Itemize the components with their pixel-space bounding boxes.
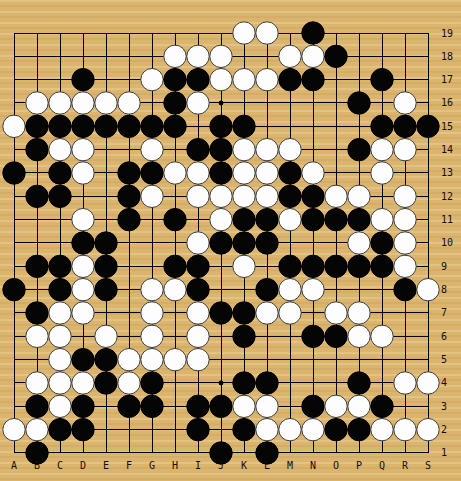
white-stone-B16[interactable] (26, 92, 48, 114)
white-stone-R10[interactable] (394, 232, 416, 254)
black-stone-L11[interactable] (256, 208, 278, 230)
white-stone-F5[interactable] (118, 348, 140, 370)
white-stone-R14[interactable] (394, 138, 416, 160)
white-stone-C7[interactable] (49, 302, 71, 324)
white-stone-R12[interactable] (394, 185, 416, 207)
black-stone-K11[interactable] (233, 208, 255, 230)
white-stone-S4[interactable] (417, 372, 439, 394)
white-stone-Q6[interactable] (371, 325, 393, 347)
black-stone-N12[interactable] (302, 185, 324, 207)
white-stone-D7[interactable] (72, 302, 94, 324)
black-stone-E4[interactable] (95, 372, 117, 394)
white-stone-M7[interactable] (279, 302, 301, 324)
white-stone-R9[interactable] (394, 255, 416, 277)
white-stone-K13[interactable] (233, 162, 255, 184)
black-stone-D5[interactable] (72, 348, 94, 370)
star-point-J4 (219, 381, 224, 386)
black-stone-M9[interactable] (279, 255, 301, 277)
white-stone-S8[interactable] (417, 278, 439, 300)
black-stone-J14[interactable] (210, 138, 232, 160)
column-label-O: O (333, 460, 339, 471)
white-stone-I18[interactable] (187, 45, 209, 67)
column-label-E: E (103, 460, 109, 471)
white-stone-D13[interactable] (72, 162, 94, 184)
white-stone-I6[interactable] (187, 325, 209, 347)
column-label-K: K (241, 460, 247, 471)
black-stone-I17[interactable] (187, 68, 209, 90)
white-stone-P6[interactable] (348, 325, 370, 347)
white-stone-N13[interactable] (302, 162, 324, 184)
black-stone-J15[interactable] (210, 115, 232, 137)
row-label-18: 18 (441, 51, 453, 62)
black-stone-J3[interactable] (210, 395, 232, 417)
row-labels: 19181716151413121110987654321 (441, 28, 453, 459)
black-stone-Q10[interactable] (371, 232, 393, 254)
white-stone-G17[interactable] (141, 68, 163, 90)
column-label-Q: Q (379, 460, 385, 471)
column-label-H: H (172, 460, 178, 471)
black-stone-C9[interactable] (49, 255, 71, 277)
white-stone-L17[interactable] (256, 68, 278, 90)
white-stone-H5[interactable] (164, 348, 186, 370)
white-stone-A2[interactable] (3, 418, 25, 440)
black-stone-L4[interactable] (256, 372, 278, 394)
white-stone-H8[interactable] (164, 278, 186, 300)
white-stone-G6[interactable] (141, 325, 163, 347)
black-stone-K6[interactable] (233, 325, 255, 347)
white-stone-O12[interactable] (325, 185, 347, 207)
black-stone-O2[interactable] (325, 418, 347, 440)
black-stone-D3[interactable] (72, 395, 94, 417)
white-stone-I13[interactable] (187, 162, 209, 184)
black-stone-N6[interactable] (302, 325, 324, 347)
row-label-7: 7 (441, 307, 447, 318)
column-label-G: G (149, 460, 155, 471)
white-stone-M11[interactable] (279, 208, 301, 230)
black-stone-K10[interactable] (233, 232, 255, 254)
row-label-4: 4 (441, 377, 447, 388)
white-stone-P3[interactable] (348, 395, 370, 417)
black-stone-P2[interactable] (348, 418, 370, 440)
white-stone-Q2[interactable] (371, 418, 393, 440)
black-stone-B3[interactable] (26, 395, 48, 417)
black-stone-K15[interactable] (233, 115, 255, 137)
white-stone-B6[interactable] (26, 325, 48, 347)
column-label-D: D (80, 460, 86, 471)
black-stone-G4[interactable] (141, 372, 163, 394)
column-label-M: M (287, 460, 293, 471)
black-stone-H15[interactable] (164, 115, 186, 137)
black-stone-F15[interactable] (118, 115, 140, 137)
white-stone-D11[interactable] (72, 208, 94, 230)
white-stone-B4[interactable] (26, 372, 48, 394)
row-label-3: 3 (441, 401, 447, 412)
white-stone-F4[interactable] (118, 372, 140, 394)
black-stone-O11[interactable] (325, 208, 347, 230)
black-stone-C15[interactable] (49, 115, 71, 137)
black-stone-I9[interactable] (187, 255, 209, 277)
black-stone-L10[interactable] (256, 232, 278, 254)
black-stone-I3[interactable] (187, 395, 209, 417)
go-board-app: ABCDEFGHIJKLMNOPQRS191817161514131211109… (0, 0, 461, 481)
black-stone-E8[interactable] (95, 278, 117, 300)
white-stone-L19[interactable] (256, 22, 278, 44)
column-label-S: S (425, 460, 431, 471)
black-stone-D2[interactable] (72, 418, 94, 440)
column-label-R: R (402, 460, 409, 471)
white-stone-K17[interactable] (233, 68, 255, 90)
white-stone-D4[interactable] (72, 372, 94, 394)
row-label-13: 13 (441, 167, 453, 178)
white-stone-P12[interactable] (348, 185, 370, 207)
white-stone-J18[interactable] (210, 45, 232, 67)
black-stone-D17[interactable] (72, 68, 94, 90)
column-label-A: A (11, 460, 17, 471)
black-stone-I8[interactable] (187, 278, 209, 300)
white-stone-C5[interactable] (49, 348, 71, 370)
white-stone-D9[interactable] (72, 255, 94, 277)
white-stone-G12[interactable] (141, 185, 163, 207)
white-stone-N8[interactable] (302, 278, 324, 300)
column-label-C: C (57, 460, 63, 471)
black-stone-B14[interactable] (26, 138, 48, 160)
black-stone-B15[interactable] (26, 115, 48, 137)
white-stone-I5[interactable] (187, 348, 209, 370)
black-stone-Q17[interactable] (371, 68, 393, 90)
black-stone-M12[interactable] (279, 185, 301, 207)
column-label-F: F (126, 460, 132, 471)
row-label-10: 10 (441, 237, 453, 248)
black-stone-N9[interactable] (302, 255, 324, 277)
white-stone-J17[interactable] (210, 68, 232, 90)
column-label-L: L (264, 460, 270, 471)
white-stone-J11[interactable] (210, 208, 232, 230)
black-stone-K2[interactable] (233, 418, 255, 440)
white-stone-A15[interactable] (3, 115, 25, 137)
black-stone-C12[interactable] (49, 185, 71, 207)
black-stone-R8[interactable] (394, 278, 416, 300)
white-stone-R2[interactable] (394, 418, 416, 440)
white-stone-I12[interactable] (187, 185, 209, 207)
white-stone-D8[interactable] (72, 278, 94, 300)
white-stone-S2[interactable] (417, 418, 439, 440)
black-stone-J7[interactable] (210, 302, 232, 324)
black-stone-C2[interactable] (49, 418, 71, 440)
black-stone-P16[interactable] (348, 92, 370, 114)
white-stone-H13[interactable] (164, 162, 186, 184)
row-label-11: 11 (441, 214, 453, 225)
column-label-B: B (34, 460, 40, 471)
black-stone-I14[interactable] (187, 138, 209, 160)
white-stone-Q13[interactable] (371, 162, 393, 184)
white-stone-R11[interactable] (394, 208, 416, 230)
column-label-J: J (218, 460, 224, 471)
black-stone-J10[interactable] (210, 232, 232, 254)
white-stone-O7[interactable] (325, 302, 347, 324)
black-stone-F11[interactable] (118, 208, 140, 230)
white-stone-G7[interactable] (141, 302, 163, 324)
white-stone-I16[interactable] (187, 92, 209, 114)
black-stone-F3[interactable] (118, 395, 140, 417)
white-stone-K3[interactable] (233, 395, 255, 417)
white-stone-O3[interactable] (325, 395, 347, 417)
white-stone-R4[interactable] (394, 372, 416, 394)
black-stone-H17[interactable] (164, 68, 186, 90)
column-label-N: N (310, 460, 316, 471)
white-stone-C16[interactable] (49, 92, 71, 114)
white-stone-K12[interactable] (233, 185, 255, 207)
black-stone-K7[interactable] (233, 302, 255, 324)
white-stone-Q11[interactable] (371, 208, 393, 230)
white-stone-C14[interactable] (49, 138, 71, 160)
white-stone-G14[interactable] (141, 138, 163, 160)
row-label-5: 5 (441, 354, 447, 365)
column-label-P: P (356, 460, 362, 471)
black-stone-R15[interactable] (394, 115, 416, 137)
black-stone-E15[interactable] (95, 115, 117, 137)
row-label-19: 19 (441, 28, 453, 39)
white-stone-G8[interactable] (141, 278, 163, 300)
white-stone-I7[interactable] (187, 302, 209, 324)
row-label-6: 6 (441, 331, 447, 342)
black-stone-O6[interactable] (325, 325, 347, 347)
row-label-17: 17 (441, 74, 453, 85)
white-stone-M18[interactable] (279, 45, 301, 67)
white-stone-R16[interactable] (394, 92, 416, 114)
black-stone-G15[interactable] (141, 115, 163, 137)
white-stone-C4[interactable] (49, 372, 71, 394)
row-label-15: 15 (441, 121, 453, 132)
white-stone-P10[interactable] (348, 232, 370, 254)
black-stone-L8[interactable] (256, 278, 278, 300)
white-stone-K9[interactable] (233, 255, 255, 277)
white-stone-P7[interactable] (348, 302, 370, 324)
black-stone-D15[interactable] (72, 115, 94, 137)
black-stone-N17[interactable] (302, 68, 324, 90)
white-stone-B2[interactable] (26, 418, 48, 440)
white-stone-G5[interactable] (141, 348, 163, 370)
white-stone-M2[interactable] (279, 418, 301, 440)
black-stone-P9[interactable] (348, 255, 370, 277)
white-stone-Q14[interactable] (371, 138, 393, 160)
white-stone-M8[interactable] (279, 278, 301, 300)
black-stone-M17[interactable] (279, 68, 301, 90)
row-label-12: 12 (441, 191, 453, 202)
black-stone-D10[interactable] (72, 232, 94, 254)
black-stone-M13[interactable] (279, 162, 301, 184)
white-stone-E16[interactable] (95, 92, 117, 114)
black-stone-I2[interactable] (187, 418, 209, 440)
row-label-1: 1 (441, 447, 447, 458)
black-stone-B12[interactable] (26, 185, 48, 207)
white-stone-K19[interactable] (233, 22, 255, 44)
white-stone-C6[interactable] (49, 325, 71, 347)
black-stone-E5[interactable] (95, 348, 117, 370)
black-stone-C13[interactable] (49, 162, 71, 184)
column-label-I: I (195, 460, 201, 471)
black-stone-E10[interactable] (95, 232, 117, 254)
black-stone-K4[interactable] (233, 372, 255, 394)
white-stone-M14[interactable] (279, 138, 301, 160)
black-stone-Q15[interactable] (371, 115, 393, 137)
black-stone-N11[interactable] (302, 208, 324, 230)
row-label-9: 9 (441, 261, 447, 272)
white-stone-L7[interactable] (256, 302, 278, 324)
black-stone-B7[interactable] (26, 302, 48, 324)
black-stone-C8[interactable] (49, 278, 71, 300)
white-stone-D14[interactable] (72, 138, 94, 160)
black-stone-P11[interactable] (348, 208, 370, 230)
white-stone-L14[interactable] (256, 138, 278, 160)
row-label-2: 2 (441, 424, 447, 435)
white-stone-D16[interactable] (72, 92, 94, 114)
black-stone-O18[interactable] (325, 45, 347, 67)
white-stone-J12[interactable] (210, 185, 232, 207)
black-stone-F12[interactable] (118, 185, 140, 207)
black-stone-P14[interactable] (348, 138, 370, 160)
black-stone-S15[interactable] (417, 115, 439, 137)
black-stone-B9[interactable] (26, 255, 48, 277)
black-stone-J13[interactable] (210, 162, 232, 184)
white-stone-L13[interactable] (256, 162, 278, 184)
black-stone-F13[interactable] (118, 162, 140, 184)
white-stone-H18[interactable] (164, 45, 186, 67)
white-stone-K14[interactable] (233, 138, 255, 160)
black-stone-A13[interactable] (3, 162, 25, 184)
black-stone-N3[interactable] (302, 395, 324, 417)
black-stone-N19[interactable] (302, 22, 324, 44)
white-stone-L12[interactable] (256, 185, 278, 207)
black-stone-H16[interactable] (164, 92, 186, 114)
black-stone-H9[interactable] (164, 255, 186, 277)
black-stone-O9[interactable] (325, 255, 347, 277)
black-stone-Q3[interactable] (371, 395, 393, 417)
white-stone-L2[interactable] (256, 418, 278, 440)
black-stone-A8[interactable] (3, 278, 25, 300)
black-stone-E9[interactable] (95, 255, 117, 277)
column-labels: ABCDEFGHIJKLMNOPQRS (11, 460, 431, 471)
row-label-14: 14 (441, 144, 453, 155)
row-label-8: 8 (441, 284, 447, 295)
black-stone-G3[interactable] (141, 395, 163, 417)
white-stone-N18[interactable] (302, 45, 324, 67)
black-stone-P4[interactable] (348, 372, 370, 394)
black-stone-G13[interactable] (141, 162, 163, 184)
go-board[interactable]: ABCDEFGHIJKLMNOPQRS191817161514131211109… (0, 0, 461, 481)
white-stone-I10[interactable] (187, 232, 209, 254)
row-label-16: 16 (441, 97, 453, 108)
white-stone-F16[interactable] (118, 92, 140, 114)
black-stone-Q9[interactable] (371, 255, 393, 277)
white-stone-N2[interactable] (302, 418, 324, 440)
white-stone-C3[interactable] (49, 395, 71, 417)
white-stone-L3[interactable] (256, 395, 278, 417)
black-stone-H11[interactable] (164, 208, 186, 230)
star-point-J16 (219, 101, 224, 106)
white-stone-E6[interactable] (95, 325, 117, 347)
